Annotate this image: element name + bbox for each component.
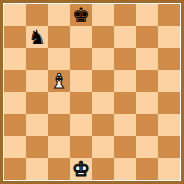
square-d7[interactable]: [70, 26, 92, 48]
square-f6[interactable]: [114, 48, 136, 70]
board-inner-line: ♚♞♝♚: [3, 3, 181, 181]
square-h7[interactable]: [158, 26, 180, 48]
square-c3[interactable]: [48, 114, 70, 136]
square-b8[interactable]: [26, 4, 48, 26]
square-h6[interactable]: [158, 48, 180, 70]
square-a7[interactable]: [4, 26, 26, 48]
square-f8[interactable]: [114, 4, 136, 26]
square-e8[interactable]: [92, 4, 114, 26]
square-g5[interactable]: [136, 70, 158, 92]
square-a6[interactable]: [4, 48, 26, 70]
square-d6[interactable]: [70, 48, 92, 70]
black-king-piece[interactable]: ♚: [72, 4, 90, 26]
square-a2[interactable]: [4, 136, 26, 158]
square-b7[interactable]: ♞: [26, 26, 48, 48]
square-h5[interactable]: [158, 70, 180, 92]
square-b6[interactable]: [26, 48, 48, 70]
square-f7[interactable]: [114, 26, 136, 48]
square-d4[interactable]: [70, 92, 92, 114]
white-king-piece[interactable]: ♚: [72, 158, 90, 180]
square-g2[interactable]: [136, 136, 158, 158]
square-a1[interactable]: [4, 158, 26, 180]
square-b3[interactable]: [26, 114, 48, 136]
square-a5[interactable]: [4, 70, 26, 92]
square-c8[interactable]: [48, 4, 70, 26]
square-b4[interactable]: [26, 92, 48, 114]
square-d8[interactable]: ♚: [70, 4, 92, 26]
square-e3[interactable]: [92, 114, 114, 136]
board-frame: ♚♞♝♚: [0, 0, 184, 184]
square-d1[interactable]: ♚: [70, 158, 92, 180]
square-b2[interactable]: [26, 136, 48, 158]
white-bishop-piece[interactable]: ♝: [50, 70, 68, 92]
square-e2[interactable]: [92, 136, 114, 158]
square-b1[interactable]: [26, 158, 48, 180]
square-d5[interactable]: [70, 70, 92, 92]
square-e7[interactable]: [92, 26, 114, 48]
square-b5[interactable]: [26, 70, 48, 92]
square-a8[interactable]: [4, 4, 26, 26]
black-knight-piece[interactable]: ♞: [28, 26, 46, 48]
square-a4[interactable]: [4, 92, 26, 114]
square-d3[interactable]: [70, 114, 92, 136]
square-f3[interactable]: [114, 114, 136, 136]
square-c6[interactable]: [48, 48, 70, 70]
square-h3[interactable]: [158, 114, 180, 136]
square-d2[interactable]: [70, 136, 92, 158]
square-h4[interactable]: [158, 92, 180, 114]
square-e6[interactable]: [92, 48, 114, 70]
square-g6[interactable]: [136, 48, 158, 70]
square-c1[interactable]: [48, 158, 70, 180]
square-e1[interactable]: [92, 158, 114, 180]
square-c4[interactable]: [48, 92, 70, 114]
square-g8[interactable]: [136, 4, 158, 26]
square-f4[interactable]: [114, 92, 136, 114]
square-a3[interactable]: [4, 114, 26, 136]
square-c5[interactable]: ♝: [48, 70, 70, 92]
square-e4[interactable]: [92, 92, 114, 114]
square-g3[interactable]: [136, 114, 158, 136]
chess-board: ♚♞♝♚: [4, 4, 180, 180]
square-h2[interactable]: [158, 136, 180, 158]
square-g7[interactable]: [136, 26, 158, 48]
square-g1[interactable]: [136, 158, 158, 180]
square-g4[interactable]: [136, 92, 158, 114]
square-h1[interactable]: [158, 158, 180, 180]
square-f2[interactable]: [114, 136, 136, 158]
square-c2[interactable]: [48, 136, 70, 158]
square-f5[interactable]: [114, 70, 136, 92]
square-e5[interactable]: [92, 70, 114, 92]
square-c7[interactable]: [48, 26, 70, 48]
square-f1[interactable]: [114, 158, 136, 180]
square-h8[interactable]: [158, 4, 180, 26]
